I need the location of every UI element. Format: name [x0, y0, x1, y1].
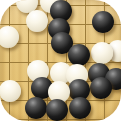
go-app-icon[interactable] [0, 0, 121, 121]
white-stone [0, 80, 21, 102]
black-stone [69, 97, 91, 119]
white-stone [26, 10, 48, 32]
go-board [0, 0, 121, 121]
grid-line-vertical [9, 0, 10, 121]
black-stone [25, 97, 47, 119]
white-stone [0, 26, 19, 48]
black-stone [46, 99, 68, 121]
black-stone [68, 44, 90, 66]
black-stone [92, 11, 114, 33]
black-stone [90, 77, 112, 99]
white-stone [91, 42, 113, 64]
